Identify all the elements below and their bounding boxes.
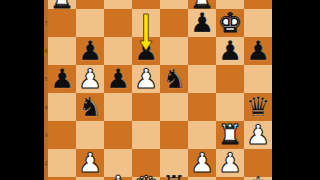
square-e3 <box>160 121 188 149</box>
square-h8 <box>244 0 272 9</box>
piece-wP-d5: ♟ <box>132 65 160 93</box>
square-c5: ♟ <box>104 65 132 93</box>
square-f3 <box>188 121 216 149</box>
square-c7 <box>104 9 132 37</box>
square-g6: ♟ <box>216 37 244 65</box>
rank-label-2: 2 <box>44 160 48 166</box>
square-d7 <box>132 9 160 37</box>
piece-bP-b6: ♟ <box>76 37 104 65</box>
square-d8 <box>132 0 160 9</box>
square-h7 <box>244 9 272 37</box>
square-c3 <box>104 121 132 149</box>
square-c1: ♝ <box>104 177 132 180</box>
square-e4 <box>160 93 188 121</box>
square-f5 <box>188 65 216 93</box>
chess-board: ♜♜♟♚♟♟♟♟♟♟♟♟♞♞♛♜♟♟♟♟♝♛♜♚ <box>48 0 272 180</box>
square-a5: ♟ <box>48 65 76 93</box>
square-h3: ♟ <box>244 121 272 149</box>
piece-wP-f2: ♟ <box>188 149 216 177</box>
square-g3: ♜ <box>216 121 244 149</box>
square-b5: ♟ <box>76 65 104 93</box>
rank-label-5: 5 <box>44 76 48 82</box>
square-b7 <box>76 9 104 37</box>
square-d1: ♛ <box>132 177 160 180</box>
square-g5 <box>216 65 244 93</box>
square-e1: ♜ <box>160 177 188 180</box>
piece-wP-g2: ♟ <box>216 149 244 177</box>
rank-label-6: 6 <box>44 48 48 54</box>
square-h5 <box>244 65 272 93</box>
square-b4: ♞ <box>76 93 104 121</box>
piece-bP-g6: ♟ <box>216 37 244 65</box>
square-e6 <box>160 37 188 65</box>
square-a7 <box>48 9 76 37</box>
piece-bP-c5: ♟ <box>104 65 132 93</box>
square-e7 <box>160 9 188 37</box>
piece-bP-d6: ♟ <box>132 37 160 65</box>
square-b1 <box>76 177 104 180</box>
square-a2 <box>48 149 76 177</box>
square-d6: ♟ <box>132 37 160 65</box>
square-b6: ♟ <box>76 37 104 65</box>
square-g7: ♚ <box>216 9 244 37</box>
square-b2: ♟ <box>76 149 104 177</box>
square-a8: ♜ <box>48 0 76 9</box>
piece-wK-g7: ♚ <box>216 9 244 37</box>
square-g1 <box>216 177 244 180</box>
piece-bN-e5: ♞ <box>160 65 188 93</box>
rank-label-4: 4 <box>44 104 48 110</box>
square-g4 <box>216 93 244 121</box>
rank-label-7: 7 <box>44 20 48 26</box>
video-frame: 87654321 ♜♜♟♚♟♟♟♟♟♟♟♟♞♞♛♜♟♟♟♟♝♛♜♚ <box>0 0 320 180</box>
square-c8 <box>104 0 132 9</box>
square-e8 <box>160 0 188 9</box>
square-a1 <box>48 177 76 180</box>
piece-wP-b2: ♟ <box>76 149 104 177</box>
square-b8 <box>76 0 104 9</box>
piece-bP-f7: ♟ <box>188 9 216 37</box>
piece-bN-b4: ♞ <box>76 93 104 121</box>
square-f6 <box>188 37 216 65</box>
square-f1 <box>188 177 216 180</box>
rank-label-3: 3 <box>44 132 48 138</box>
square-a4 <box>48 93 76 121</box>
square-d3 <box>132 121 160 149</box>
piece-bK-h1: ♚ <box>244 172 272 180</box>
square-f2: ♟ <box>188 149 216 177</box>
square-d4 <box>132 93 160 121</box>
square-h1: ♚ <box>244 177 272 180</box>
square-h4: ♛ <box>244 93 272 121</box>
piece-bP-h6: ♟ <box>244 37 272 65</box>
square-f4 <box>188 93 216 121</box>
square-a6 <box>48 37 76 65</box>
square-c4 <box>104 93 132 121</box>
piece-bR-e1: ♜ <box>160 172 188 180</box>
square-f7: ♟ <box>188 9 216 37</box>
square-e5: ♞ <box>160 65 188 93</box>
piece-wQ-d1: ♛ <box>132 172 160 180</box>
piece-bQ-h4: ♛ <box>244 93 272 121</box>
square-c6 <box>104 37 132 65</box>
piece-wB-c1: ♝ <box>104 172 132 180</box>
square-b3 <box>76 121 104 149</box>
piece-bP-a5: ♟ <box>48 65 76 93</box>
rank-label-strip: 87654321 <box>44 0 48 180</box>
piece-wR-g3: ♜ <box>216 121 244 149</box>
square-d5: ♟ <box>132 65 160 93</box>
piece-wP-b5: ♟ <box>76 65 104 93</box>
square-h6: ♟ <box>244 37 272 65</box>
piece-wP-h3: ♟ <box>244 121 272 149</box>
square-a3 <box>48 121 76 149</box>
square-g2: ♟ <box>216 149 244 177</box>
